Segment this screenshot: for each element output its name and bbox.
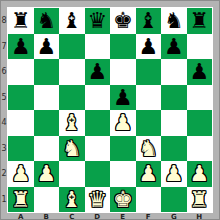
square-f6[interactable] — [136, 59, 162, 85]
square-a1[interactable]: ♜ — [8, 187, 34, 213]
square-c2[interactable] — [59, 161, 85, 187]
black-rook: ♜ — [11, 8, 31, 34]
square-d5[interactable] — [85, 85, 111, 111]
white-pawn: ♟ — [113, 110, 133, 136]
square-c4[interactable]: ♝ — [59, 110, 85, 136]
white-rook: ♜ — [189, 187, 209, 213]
file-label-f: F — [136, 213, 162, 220]
square-d7[interactable] — [85, 34, 111, 60]
white-king: ♚ — [113, 187, 133, 213]
square-d1[interactable]: ♛ — [85, 187, 111, 213]
square-h5[interactable] — [187, 85, 213, 111]
square-h7[interactable] — [187, 34, 213, 60]
square-e8[interactable]: ♚ — [110, 8, 136, 34]
rank-label-1: 1 — [1, 187, 7, 213]
square-b4[interactable] — [34, 110, 60, 136]
square-e2[interactable] — [110, 161, 136, 187]
square-c3[interactable]: ♞ — [59, 136, 85, 162]
black-pawn: ♟ — [113, 85, 133, 111]
square-a5[interactable] — [8, 85, 34, 111]
file-label-e: E — [110, 213, 136, 220]
square-b1[interactable] — [34, 187, 60, 213]
square-b8[interactable]: ♞ — [34, 8, 60, 34]
square-h1[interactable]: ♜ — [187, 187, 213, 213]
file-label-h: H — [187, 213, 213, 220]
square-b2[interactable]: ♟ — [34, 161, 60, 187]
file-label-b: B — [34, 213, 60, 220]
square-d8[interactable]: ♛ — [85, 8, 111, 34]
square-h3[interactable] — [187, 136, 213, 162]
square-f1[interactable] — [136, 187, 162, 213]
square-h4[interactable] — [187, 110, 213, 136]
file-label-d: D — [85, 213, 111, 220]
square-f4[interactable] — [136, 110, 162, 136]
square-a6[interactable] — [8, 59, 34, 85]
square-c8[interactable]: ♝ — [59, 8, 85, 34]
rank-label-2: 2 — [1, 161, 7, 187]
black-queen: ♛ — [87, 8, 107, 34]
file-label-c: C — [59, 213, 85, 220]
square-e5[interactable]: ♟ — [110, 85, 136, 111]
white-pawn: ♟ — [138, 161, 158, 187]
white-knight: ♞ — [138, 136, 158, 162]
square-g1[interactable] — [161, 187, 187, 213]
square-c5[interactable] — [59, 85, 85, 111]
rank-label-7: 7 — [1, 34, 7, 60]
square-e7[interactable] — [110, 34, 136, 60]
rank-label-5: 5 — [1, 85, 7, 111]
black-pawn: ♟ — [11, 34, 31, 60]
square-d3[interactable] — [85, 136, 111, 162]
square-g4[interactable] — [161, 110, 187, 136]
black-king: ♚ — [113, 8, 133, 34]
square-f8[interactable]: ♝ — [136, 8, 162, 34]
white-bishop: ♝ — [62, 110, 82, 136]
black-bishop: ♝ — [138, 8, 158, 34]
square-f7[interactable]: ♟ — [136, 34, 162, 60]
square-e6[interactable] — [110, 59, 136, 85]
square-h2[interactable]: ♟ — [187, 161, 213, 187]
square-b5[interactable] — [34, 85, 60, 111]
square-g7[interactable]: ♟ — [161, 34, 187, 60]
rank-label-6: 6 — [1, 59, 7, 85]
square-a8[interactable]: ♜ — [8, 8, 34, 34]
rank-label-8: 8 — [1, 8, 7, 34]
black-pawn: ♟ — [138, 34, 158, 60]
square-a7[interactable]: ♟ — [8, 34, 34, 60]
square-e3[interactable] — [110, 136, 136, 162]
square-d4[interactable] — [85, 110, 111, 136]
black-rook: ♜ — [189, 8, 209, 34]
square-e1[interactable]: ♚ — [110, 187, 136, 213]
chess-board-frame: ♜♞♝♛♚♝♞♜♟♟♟♟♟♟♟♝♟♞♞♟♟♟♟♟♜♝♛♚♜ 87654321 A… — [0, 0, 220, 220]
square-b6[interactable] — [34, 59, 60, 85]
white-bishop: ♝ — [62, 187, 82, 213]
square-g2[interactable]: ♟ — [161, 161, 187, 187]
square-g3[interactable] — [161, 136, 187, 162]
square-a3[interactable] — [8, 136, 34, 162]
black-pawn: ♟ — [87, 59, 107, 85]
square-c1[interactable]: ♝ — [59, 187, 85, 213]
white-queen: ♛ — [87, 187, 107, 213]
square-b7[interactable]: ♟ — [34, 34, 60, 60]
rank-label-4: 4 — [1, 110, 7, 136]
black-bishop: ♝ — [62, 8, 82, 34]
square-a4[interactable] — [8, 110, 34, 136]
square-f3[interactable]: ♞ — [136, 136, 162, 162]
rank-label-3: 3 — [1, 136, 7, 162]
square-f2[interactable]: ♟ — [136, 161, 162, 187]
square-a2[interactable]: ♟ — [8, 161, 34, 187]
square-h8[interactable]: ♜ — [187, 8, 213, 34]
square-c7[interactable] — [59, 34, 85, 60]
square-f5[interactable] — [136, 85, 162, 111]
square-d6[interactable]: ♟ — [85, 59, 111, 85]
file-label-g: G — [161, 213, 187, 220]
square-g8[interactable]: ♞ — [161, 8, 187, 34]
square-d2[interactable] — [85, 161, 111, 187]
black-pawn: ♟ — [189, 59, 209, 85]
square-h6[interactable]: ♟ — [187, 59, 213, 85]
white-pawn: ♟ — [164, 161, 184, 187]
white-pawn: ♟ — [11, 161, 31, 187]
chess-board: ♜♞♝♛♚♝♞♜♟♟♟♟♟♟♟♝♟♞♞♟♟♟♟♟♜♝♛♚♜ — [7, 7, 213, 213]
black-pawn: ♟ — [164, 34, 184, 60]
square-b3[interactable] — [34, 136, 60, 162]
white-pawn: ♟ — [36, 161, 56, 187]
square-c6[interactable] — [59, 59, 85, 85]
black-knight: ♞ — [164, 8, 184, 34]
square-g5[interactable] — [161, 85, 187, 111]
white-knight: ♞ — [62, 136, 82, 162]
white-pawn: ♟ — [189, 161, 209, 187]
file-label-a: A — [8, 213, 34, 220]
white-rook: ♜ — [11, 187, 31, 213]
black-knight: ♞ — [36, 8, 56, 34]
black-pawn: ♟ — [36, 34, 56, 60]
square-g6[interactable] — [161, 59, 187, 85]
square-e4[interactable]: ♟ — [110, 110, 136, 136]
